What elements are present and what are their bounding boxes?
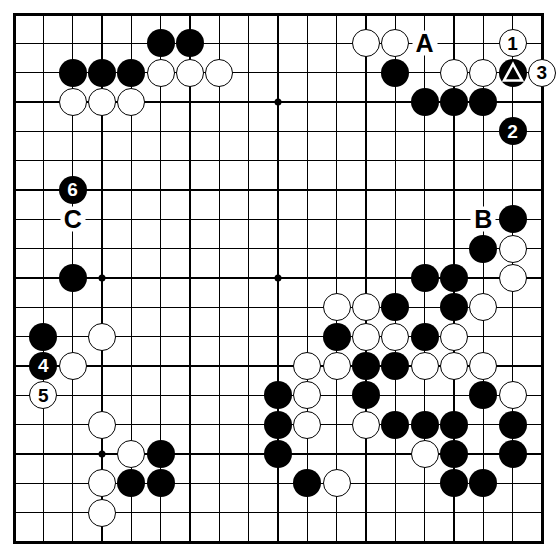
star-point [274, 274, 281, 281]
grid-line-vertical [541, 292, 543, 322]
intersection [439, 29, 468, 58]
stone-black [469, 235, 497, 263]
grid-line-vertical [277, 28, 279, 58]
grid-line-vertical [307, 87, 309, 117]
intersection [117, 175, 146, 204]
grid-line-vertical [219, 351, 221, 381]
stone-white [88, 499, 116, 527]
move-number: 1 [507, 33, 518, 52]
intersection [0, 205, 29, 234]
grid-line-vertical [131, 321, 133, 351]
intersection [205, 29, 234, 58]
grid-line-vertical [131, 263, 133, 293]
intersection [293, 146, 322, 175]
grid-line-vertical [43, 145, 45, 175]
grid-line-vertical [365, 14, 367, 29]
intersection [117, 58, 146, 87]
intersection [146, 205, 175, 234]
intersection [0, 381, 29, 410]
stone-white [499, 381, 527, 409]
grid-line-vertical [43, 468, 45, 498]
grid-line-vertical [453, 527, 455, 542]
intersection [351, 117, 380, 146]
intersection [293, 87, 322, 116]
intersection [527, 263, 556, 292]
intersection [58, 293, 87, 322]
grid-line-vertical [453, 497, 455, 527]
intersection [381, 527, 410, 556]
intersection [29, 439, 58, 468]
intersection [146, 87, 175, 116]
grid-line-vertical [189, 321, 191, 351]
intersection [117, 381, 146, 410]
grid-line-horizontal [527, 424, 542, 426]
intersection [527, 0, 556, 29]
stone-black [59, 59, 87, 87]
grid-line-vertical [13, 321, 15, 351]
grid-line-vertical [248, 175, 250, 205]
grid-line-vertical [453, 204, 455, 234]
stone-white [293, 352, 321, 380]
intersection [469, 146, 498, 175]
grid-line-vertical [453, 380, 455, 410]
intersection [498, 0, 527, 29]
grid-line-vertical [277, 351, 279, 381]
intersection [498, 263, 527, 292]
stone-black [29, 323, 57, 351]
grid-line-vertical [395, 175, 397, 205]
stone-black [381, 411, 409, 439]
intersection [0, 293, 29, 322]
intersection [146, 469, 175, 498]
intersection: 2 [498, 117, 527, 146]
intersection [498, 351, 527, 380]
intersection [146, 263, 175, 292]
intersection [498, 234, 527, 263]
grid-line-vertical [160, 14, 162, 29]
intersection [439, 117, 468, 146]
grid-line-vertical [424, 14, 426, 29]
intersection [117, 410, 146, 439]
star-point [274, 98, 281, 105]
grid-line-vertical [336, 204, 338, 234]
stone-white [323, 293, 351, 321]
grid-line-vertical [307, 527, 309, 542]
intersection [498, 439, 527, 468]
grid-line-vertical [307, 497, 309, 527]
grid-line-vertical [248, 292, 250, 322]
grid-line-vertical [365, 175, 367, 205]
stone-white [440, 323, 468, 351]
intersection [146, 293, 175, 322]
intersection [175, 381, 204, 410]
grid-line-vertical [512, 351, 514, 381]
grid-line-vertical [160, 292, 162, 322]
intersection [205, 175, 234, 204]
intersection [263, 175, 292, 204]
intersection [117, 439, 146, 468]
intersection [410, 351, 439, 380]
intersection [205, 205, 234, 234]
grid-line-vertical [277, 233, 279, 263]
grid-line-horizontal [527, 512, 542, 514]
grid-line-vertical [512, 175, 514, 205]
intersection [87, 410, 116, 439]
grid-line-vertical [72, 145, 74, 175]
grid-line-vertical [219, 527, 221, 542]
intersection [146, 527, 175, 556]
grid-line-vertical [160, 87, 162, 117]
grid-line-vertical [101, 351, 103, 381]
grid-line-vertical [541, 380, 543, 410]
intersection [87, 498, 116, 527]
intersection [234, 58, 263, 87]
grid-line-vertical [13, 14, 15, 29]
grid-line-vertical [453, 14, 455, 29]
grid-line-vertical [43, 439, 45, 469]
grid-line-vertical [336, 28, 338, 58]
stone-black [117, 59, 145, 87]
stone-white [176, 59, 204, 87]
intersection [439, 293, 468, 322]
intersection [498, 410, 527, 439]
grid-line-horizontal [14, 365, 29, 367]
intersection [439, 263, 468, 292]
grid-line-horizontal [527, 483, 542, 485]
grid-line-vertical [72, 233, 74, 263]
grid-line-vertical [189, 87, 191, 117]
grid-line-vertical [336, 263, 338, 293]
intersection [146, 175, 175, 204]
grid-line-vertical [277, 204, 279, 234]
grid-line-vertical [43, 204, 45, 234]
grid-line-vertical [336, 409, 338, 439]
grid-line-vertical [160, 116, 162, 146]
intersection [498, 146, 527, 175]
move-number: 2 [507, 121, 518, 140]
intersection [410, 117, 439, 146]
intersection [410, 469, 439, 498]
grid-line-vertical [13, 233, 15, 263]
intersection [322, 205, 351, 234]
intersection [498, 381, 527, 410]
intersection [293, 263, 322, 292]
intersection [469, 87, 498, 116]
intersection [234, 439, 263, 468]
grid-line-vertical [219, 497, 221, 527]
intersection [58, 146, 87, 175]
intersection [175, 498, 204, 527]
stone-white [469, 59, 497, 87]
intersection [527, 381, 556, 410]
intersection [146, 322, 175, 351]
grid-line-vertical [424, 116, 426, 146]
intersection [410, 322, 439, 351]
stone-black [117, 469, 145, 497]
grid-line-vertical [72, 439, 74, 469]
intersection [263, 322, 292, 351]
grid-line-vertical [248, 527, 250, 542]
intersection [527, 146, 556, 175]
intersection [410, 87, 439, 116]
intersection [322, 0, 351, 29]
stone-white [293, 381, 321, 409]
intersection [293, 351, 322, 380]
grid-line-vertical [101, 175, 103, 205]
intersection [87, 293, 116, 322]
intersection [527, 351, 556, 380]
grid-line-vertical [43, 14, 45, 29]
grid-line-vertical [453, 175, 455, 205]
intersection [322, 322, 351, 351]
stone-black [264, 381, 292, 409]
intersection [29, 263, 58, 292]
grid-line-vertical [189, 233, 191, 263]
grid-line-vertical [336, 175, 338, 205]
intersection [293, 234, 322, 263]
intersection [322, 234, 351, 263]
point-label: B [471, 207, 496, 232]
intersection [117, 29, 146, 58]
grid-line-vertical [101, 14, 103, 29]
intersection [205, 439, 234, 468]
grid-line-vertical [248, 468, 250, 498]
grid-line-horizontal [527, 131, 542, 133]
stone-black [147, 29, 175, 57]
intersection [175, 439, 204, 468]
stone-black [381, 59, 409, 87]
grid-line-horizontal [527, 189, 542, 191]
stone-white [352, 411, 380, 439]
grid-line-vertical [336, 527, 338, 542]
intersection [87, 117, 116, 146]
stone-black: 4 [29, 352, 57, 380]
grid-line-vertical [72, 292, 74, 322]
grid-line-vertical [307, 263, 309, 293]
grid-line-vertical [248, 116, 250, 146]
intersection [381, 234, 410, 263]
intersection [498, 87, 527, 116]
intersection [205, 322, 234, 351]
grid-line-vertical [219, 263, 221, 293]
grid-line-vertical [248, 28, 250, 58]
intersection [439, 527, 468, 556]
stone-white [323, 469, 351, 497]
grid-line-vertical [72, 497, 74, 527]
intersection [234, 175, 263, 204]
intersection [87, 322, 116, 351]
grid-line-horizontal [527, 336, 542, 338]
stone-white [352, 29, 380, 57]
intersection [527, 175, 556, 204]
intersection [527, 439, 556, 468]
intersection [469, 175, 498, 204]
intersection [410, 146, 439, 175]
stone-black [411, 88, 439, 116]
stone-white [117, 440, 145, 468]
intersection [234, 498, 263, 527]
grid-line-vertical [395, 497, 397, 527]
intersection [175, 351, 204, 380]
stone-white [499, 235, 527, 263]
grid-line-vertical [307, 175, 309, 205]
intersection [58, 29, 87, 58]
intersection [175, 263, 204, 292]
grid-line-horizontal [14, 512, 29, 514]
intersection: 4 [29, 351, 58, 380]
intersection [117, 205, 146, 234]
grid-line-vertical [424, 175, 426, 205]
stone-white [88, 411, 116, 439]
grid-line-vertical [101, 145, 103, 175]
grid-line-vertical [541, 204, 543, 234]
stone-black [293, 469, 321, 497]
stone-white [440, 59, 468, 87]
intersection [322, 469, 351, 498]
intersection [58, 117, 87, 146]
grid-line-horizontal [14, 395, 29, 397]
grid-line-horizontal [14, 131, 29, 133]
intersection [146, 146, 175, 175]
intersection [175, 205, 204, 234]
grid-line-vertical [219, 87, 221, 117]
grid-line-horizontal [14, 453, 29, 455]
intersection [234, 410, 263, 439]
grid-line-horizontal [527, 365, 542, 367]
intersection [439, 439, 468, 468]
intersection [87, 29, 116, 58]
grid-line-horizontal [527, 160, 542, 162]
grid-line-vertical [13, 204, 15, 234]
grid-line-horizontal [14, 72, 29, 74]
grid-line-vertical [453, 116, 455, 146]
intersection [58, 322, 87, 351]
grid-line-vertical [101, 204, 103, 234]
point-label: C [60, 207, 85, 232]
stone-black [440, 411, 468, 439]
intersection [0, 351, 29, 380]
stone-black: 2 [499, 117, 527, 145]
grid-line-vertical [336, 380, 338, 410]
grid-line-vertical [131, 175, 133, 205]
intersection [175, 87, 204, 116]
grid-line-vertical [336, 497, 338, 527]
grid-line-horizontal [527, 43, 542, 45]
intersection [498, 527, 527, 556]
intersection [146, 117, 175, 146]
grid-line-vertical [160, 380, 162, 410]
grid-line-vertical [13, 58, 15, 88]
grid-line-vertical [160, 351, 162, 381]
stone-white: 3 [528, 59, 556, 87]
intersection [29, 322, 58, 351]
intersection [527, 410, 556, 439]
grid-line-vertical [13, 409, 15, 439]
grid-line-vertical [101, 527, 103, 542]
intersection [263, 205, 292, 234]
intersection [175, 293, 204, 322]
grid-line-vertical [72, 14, 74, 29]
intersection [351, 410, 380, 439]
grid-line-vertical [131, 233, 133, 263]
intersection [527, 527, 556, 556]
grid-line-vertical [483, 14, 485, 29]
intersection [263, 527, 292, 556]
intersection [87, 469, 116, 498]
grid-line-vertical [541, 175, 543, 205]
grid-line-vertical [189, 380, 191, 410]
intersection [381, 263, 410, 292]
intersection [0, 322, 29, 351]
intersection [410, 439, 439, 468]
grid-line-vertical [424, 527, 426, 542]
grid-line-vertical [365, 145, 367, 175]
grid-line-vertical [72, 527, 74, 542]
grid-line-vertical [72, 321, 74, 351]
intersection [87, 175, 116, 204]
grid-line-vertical [307, 28, 309, 58]
grid-line-vertical [43, 175, 45, 205]
intersection [469, 410, 498, 439]
grid-line-vertical [219, 116, 221, 146]
intersection [410, 58, 439, 87]
stone-black [440, 293, 468, 321]
intersection [146, 29, 175, 58]
intersection [146, 351, 175, 380]
grid-line-vertical [219, 292, 221, 322]
intersection [0, 263, 29, 292]
intersection [410, 175, 439, 204]
intersection [117, 234, 146, 263]
stone-white [499, 264, 527, 292]
grid-line-vertical [483, 497, 485, 527]
grid-line-vertical [189, 145, 191, 175]
grid-line-vertical [13, 439, 15, 469]
intersection [29, 146, 58, 175]
intersection [263, 410, 292, 439]
stone-black [499, 411, 527, 439]
grid-line-vertical [541, 439, 543, 469]
grid-line-horizontal [14, 101, 29, 103]
intersection [234, 234, 263, 263]
intersection [29, 527, 58, 556]
intersection [381, 175, 410, 204]
intersection [469, 381, 498, 410]
intersection [381, 146, 410, 175]
grid-line-vertical [189, 409, 191, 439]
intersection [351, 322, 380, 351]
intersection [469, 527, 498, 556]
intersection [0, 527, 29, 556]
intersection [410, 498, 439, 527]
grid-line-vertical [13, 145, 15, 175]
intersection [0, 498, 29, 527]
intersection [146, 0, 175, 29]
grid-line-vertical [131, 527, 133, 542]
intersection [234, 469, 263, 498]
grid-line-vertical [248, 233, 250, 263]
grid-line-horizontal [14, 189, 29, 191]
stone-white [59, 88, 87, 116]
intersection [322, 293, 351, 322]
stone-black [59, 264, 87, 292]
grid-line-vertical [395, 439, 397, 469]
grid-line-vertical [424, 233, 426, 263]
intersection [322, 117, 351, 146]
intersection [498, 58, 527, 87]
intersection [351, 439, 380, 468]
grid-line-vertical [160, 263, 162, 293]
